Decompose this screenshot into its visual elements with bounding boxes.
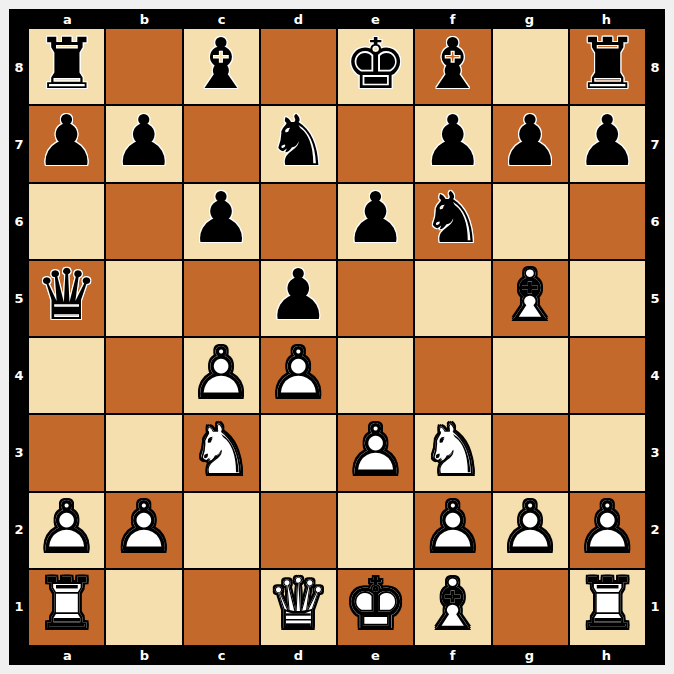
white-pawn-d4[interactable]: ♟♙ xyxy=(267,338,330,408)
pawn-outline-glyph: ♙ xyxy=(267,338,330,408)
square-g4[interactable] xyxy=(493,338,568,413)
file-labels-bottom: abcdefgh xyxy=(29,645,645,665)
square-c7[interactable] xyxy=(184,106,259,181)
square-a8[interactable]: ♜ xyxy=(29,29,104,104)
square-f7[interactable]: ♟ xyxy=(415,106,490,181)
square-a5[interactable]: ♛ xyxy=(29,261,104,336)
square-d3[interactable] xyxy=(261,415,336,490)
square-f3[interactable]: ♞♘ xyxy=(415,415,490,490)
square-f6[interactable]: ♞ xyxy=(415,184,490,259)
rook-glyph: ♜ xyxy=(576,29,639,99)
square-a1[interactable]: ♜♖ xyxy=(29,570,104,645)
pawn-outline-glyph: ♙ xyxy=(35,492,98,562)
white-rook-a1[interactable]: ♜♖ xyxy=(35,569,98,639)
square-c1[interactable] xyxy=(184,570,259,645)
king-outline-glyph: ♔ xyxy=(344,569,407,639)
pawn-glyph: ♟ xyxy=(576,106,639,176)
black-pawn-a7[interactable]: ♟ xyxy=(35,106,98,176)
square-e1[interactable]: ♚♔ xyxy=(338,570,413,645)
square-f4[interactable] xyxy=(415,338,490,413)
square-c5[interactable] xyxy=(184,261,259,336)
square-g6[interactable] xyxy=(493,184,568,259)
square-b4[interactable] xyxy=(106,338,181,413)
square-h1[interactable]: ♜♖ xyxy=(570,570,645,645)
black-bishop-c8[interactable]: ♝ xyxy=(190,29,253,99)
rank-label-2: 2 xyxy=(645,491,665,568)
square-h6[interactable] xyxy=(570,184,645,259)
black-pawn-d5[interactable]: ♟ xyxy=(267,260,330,330)
square-b8[interactable] xyxy=(106,29,181,104)
black-rook-a8[interactable]: ♜ xyxy=(35,29,98,99)
rank-labels-right: 87654321 xyxy=(645,29,665,645)
square-e4[interactable] xyxy=(338,338,413,413)
square-h3[interactable] xyxy=(570,415,645,490)
file-labels-top: abcdefgh xyxy=(29,9,645,29)
file-label-g: g xyxy=(491,645,568,665)
square-e7[interactable] xyxy=(338,106,413,181)
frame-corner-top-right xyxy=(645,9,665,29)
file-label-d: d xyxy=(260,645,337,665)
rank-label-7: 7 xyxy=(645,106,665,183)
knight-glyph: ♞ xyxy=(421,183,484,253)
square-d4[interactable]: ♟♙ xyxy=(261,338,336,413)
file-label-h: h xyxy=(568,645,645,665)
black-bishop-f8[interactable]: ♝ xyxy=(421,29,484,99)
square-f2[interactable]: ♟♙ xyxy=(415,493,490,568)
file-label-g: g xyxy=(491,9,568,29)
queen-outline-glyph: ♕ xyxy=(267,569,330,639)
white-rook-h1[interactable]: ♜♖ xyxy=(576,569,639,639)
black-knight-d7[interactable]: ♞ xyxy=(267,106,330,176)
file-label-e: e xyxy=(337,645,414,665)
white-queen-d1[interactable]: ♛♕ xyxy=(267,569,330,639)
rank-label-4: 4 xyxy=(9,337,29,414)
black-pawn-b7[interactable]: ♟ xyxy=(112,106,175,176)
square-g2[interactable]: ♟♙ xyxy=(493,493,568,568)
white-pawn-g2[interactable]: ♟♙ xyxy=(499,492,562,562)
square-c6[interactable]: ♟ xyxy=(184,184,259,259)
rank-label-1: 1 xyxy=(9,568,29,645)
pawn-outline-glyph: ♙ xyxy=(190,338,253,408)
pawn-outline-glyph: ♙ xyxy=(576,492,639,562)
white-bishop-g5[interactable]: ♝♗ xyxy=(499,260,562,330)
square-d8[interactable] xyxy=(261,29,336,104)
black-pawn-g7[interactable]: ♟ xyxy=(499,106,562,176)
rook-glyph: ♜ xyxy=(35,29,98,99)
square-f8[interactable]: ♝ xyxy=(415,29,490,104)
black-rook-h8[interactable]: ♜ xyxy=(576,29,639,99)
square-b3[interactable] xyxy=(106,415,181,490)
rank-label-1: 1 xyxy=(645,568,665,645)
board-frame: abcdefgh 87654321 ♜♝♚♝♜♟♟♞♟♟♟♟♟♞♛♟♝♗♟♙♟♙… xyxy=(9,9,665,665)
rank-label-5: 5 xyxy=(9,260,29,337)
frame-corner-bottom-right xyxy=(645,645,665,665)
rank-label-3: 3 xyxy=(9,414,29,491)
pawn-outline-glyph: ♙ xyxy=(499,492,562,562)
square-g3[interactable] xyxy=(493,415,568,490)
pawn-outline-glyph: ♙ xyxy=(112,492,175,562)
queen-glyph: ♛ xyxy=(35,260,98,330)
white-bishop-f1[interactable]: ♝♗ xyxy=(421,569,484,639)
board: ♜♝♚♝♜♟♟♞♟♟♟♟♟♞♛♟♝♗♟♙♟♙♞♘♟♙♞♘♟♙♟♙♟♙♟♙♟♙♜♖… xyxy=(29,29,645,645)
rank-label-2: 2 xyxy=(9,491,29,568)
rank-label-8: 8 xyxy=(645,29,665,106)
knight-glyph: ♞ xyxy=(267,106,330,176)
square-g5[interactable]: ♝♗ xyxy=(493,261,568,336)
square-b7[interactable]: ♟ xyxy=(106,106,181,181)
white-pawn-e3[interactable]: ♟♙ xyxy=(344,415,407,485)
square-h4[interactable] xyxy=(570,338,645,413)
square-d5[interactable]: ♟ xyxy=(261,261,336,336)
rank-label-8: 8 xyxy=(9,29,29,106)
bishop-glyph: ♝ xyxy=(190,29,253,99)
pawn-glyph: ♟ xyxy=(112,106,175,176)
square-a6[interactable] xyxy=(29,184,104,259)
file-label-c: c xyxy=(183,645,260,665)
chess-diagram-page: abcdefgh 87654321 ♜♝♚♝♜♟♟♞♟♟♟♟♟♞♛♟♝♗♟♙♟♙… xyxy=(0,0,674,674)
white-knight-c3[interactable]: ♞♘ xyxy=(190,415,253,485)
white-king-e1[interactable]: ♚♔ xyxy=(344,569,407,639)
rank-label-6: 6 xyxy=(9,183,29,260)
bishop-outline-glyph: ♗ xyxy=(499,260,562,330)
file-label-b: b xyxy=(106,9,183,29)
bishop-glyph: ♝ xyxy=(421,29,484,99)
frame-corner-bottom-left xyxy=(9,645,29,665)
rank-label-5: 5 xyxy=(645,260,665,337)
square-b2[interactable]: ♟♙ xyxy=(106,493,181,568)
knight-outline-glyph: ♘ xyxy=(421,415,484,485)
pawn-outline-glyph: ♙ xyxy=(421,492,484,562)
pawn-glyph: ♟ xyxy=(344,183,407,253)
square-h7[interactable]: ♟ xyxy=(570,106,645,181)
rank-label-3: 3 xyxy=(645,414,665,491)
square-e6[interactable]: ♟ xyxy=(338,184,413,259)
square-g7[interactable]: ♟ xyxy=(493,106,568,181)
square-f5[interactable] xyxy=(415,261,490,336)
black-pawn-h7[interactable]: ♟ xyxy=(576,106,639,176)
black-pawn-c6[interactable]: ♟ xyxy=(190,183,253,253)
rank-label-4: 4 xyxy=(645,337,665,414)
white-pawn-b2[interactable]: ♟♙ xyxy=(112,492,175,562)
square-b1[interactable] xyxy=(106,570,181,645)
rank-label-6: 6 xyxy=(645,183,665,260)
black-pawn-f7[interactable]: ♟ xyxy=(421,106,484,176)
pawn-glyph: ♟ xyxy=(499,106,562,176)
frame-corner-top-left xyxy=(9,9,29,29)
rank-label-7: 7 xyxy=(9,106,29,183)
square-e8[interactable]: ♚ xyxy=(338,29,413,104)
rook-outline-glyph: ♖ xyxy=(35,569,98,639)
knight-outline-glyph: ♘ xyxy=(190,415,253,485)
square-b6[interactable] xyxy=(106,184,181,259)
square-d2[interactable] xyxy=(261,493,336,568)
square-d6[interactable] xyxy=(261,184,336,259)
white-pawn-a2[interactable]: ♟♙ xyxy=(35,492,98,562)
pawn-glyph: ♟ xyxy=(190,183,253,253)
pawn-glyph: ♟ xyxy=(35,106,98,176)
square-a4[interactable] xyxy=(29,338,104,413)
file-label-d: d xyxy=(260,9,337,29)
white-pawn-c4[interactable]: ♟♙ xyxy=(190,338,253,408)
black-knight-f6[interactable]: ♞ xyxy=(421,183,484,253)
black-queen-a5[interactable]: ♛ xyxy=(35,260,98,330)
white-pawn-h2[interactable]: ♟♙ xyxy=(576,492,639,562)
square-d7[interactable]: ♞ xyxy=(261,106,336,181)
white-pawn-f2[interactable]: ♟♙ xyxy=(421,492,484,562)
square-c8[interactable]: ♝ xyxy=(184,29,259,104)
white-knight-f3[interactable]: ♞♘ xyxy=(421,415,484,485)
square-c4[interactable]: ♟♙ xyxy=(184,338,259,413)
square-h5[interactable] xyxy=(570,261,645,336)
square-e2[interactable] xyxy=(338,493,413,568)
rank-labels-left: 87654321 xyxy=(9,29,29,645)
square-e3[interactable]: ♟♙ xyxy=(338,415,413,490)
square-b5[interactable] xyxy=(106,261,181,336)
pawn-outline-glyph: ♙ xyxy=(344,415,407,485)
king-glyph: ♚ xyxy=(344,29,407,99)
black-pawn-e6[interactable]: ♟ xyxy=(344,183,407,253)
square-c2[interactable] xyxy=(184,493,259,568)
square-e5[interactable] xyxy=(338,261,413,336)
square-g8[interactable] xyxy=(493,29,568,104)
black-king-e8[interactable]: ♚ xyxy=(344,29,407,99)
square-h2[interactable]: ♟♙ xyxy=(570,493,645,568)
pawn-glyph: ♟ xyxy=(267,260,330,330)
rook-outline-glyph: ♖ xyxy=(576,569,639,639)
square-f1[interactable]: ♝♗ xyxy=(415,570,490,645)
file-label-b: b xyxy=(106,645,183,665)
square-d1[interactable]: ♛♕ xyxy=(261,570,336,645)
square-g1[interactable] xyxy=(493,570,568,645)
bishop-outline-glyph: ♗ xyxy=(421,569,484,639)
file-label-f: f xyxy=(414,645,491,665)
square-a3[interactable] xyxy=(29,415,104,490)
square-c3[interactable]: ♞♘ xyxy=(184,415,259,490)
square-h8[interactable]: ♜ xyxy=(570,29,645,104)
square-a7[interactable]: ♟ xyxy=(29,106,104,181)
pawn-glyph: ♟ xyxy=(421,106,484,176)
square-a2[interactable]: ♟♙ xyxy=(29,493,104,568)
file-label-a: a xyxy=(29,645,106,665)
